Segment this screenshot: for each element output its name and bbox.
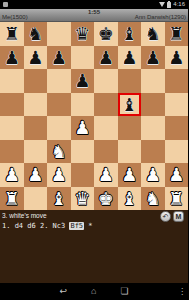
- piece-white-r[interactable]: ♜: [4, 187, 20, 210]
- square-d6[interactable]: ♟: [71, 69, 95, 93]
- square-f3[interactable]: [118, 140, 142, 164]
- square-a1[interactable]: ♜: [0, 187, 24, 211]
- piece-black-n[interactable]: ♞: [27, 22, 43, 45]
- square-h6[interactable]: [165, 69, 189, 93]
- piece-white-p[interactable]: ♟: [145, 163, 161, 186]
- square-a3[interactable]: [0, 140, 24, 164]
- square-a5[interactable]: [0, 93, 24, 117]
- piece-black-r[interactable]: ♜: [4, 22, 20, 45]
- piece-black-k[interactable]: ♚: [98, 22, 114, 45]
- square-b8[interactable]: ♞: [24, 22, 48, 46]
- piece-white-q[interactable]: ♛: [74, 187, 90, 210]
- square-g5[interactable]: [141, 93, 165, 117]
- square-d7[interactable]: [71, 46, 95, 70]
- square-b7[interactable]: ♟: [24, 46, 48, 70]
- piece-white-p[interactable]: ♟: [4, 163, 20, 186]
- chess-board[interactable]: ♜♞♛♚♝♞♜♟♟♟♟♟♟♟♟♝♟♞♟♟♟♟♟♟♟♜♝♛♚♝♞♜: [0, 22, 188, 210]
- piece-white-p[interactable]: ♟: [27, 163, 43, 186]
- square-c6[interactable]: [47, 69, 71, 93]
- square-a7[interactable]: ♟: [0, 46, 24, 70]
- square-d5[interactable]: [71, 93, 95, 117]
- undo-button[interactable]: ↶: [160, 211, 171, 222]
- square-f8[interactable]: ♝: [118, 22, 142, 46]
- highlighted-move[interactable]: Bf5: [69, 222, 84, 230]
- android-nav-bar: ↩ ⌂ ❏ ⋮: [0, 283, 188, 300]
- moves-after: *: [84, 222, 92, 230]
- square-c7[interactable]: ♟: [47, 46, 71, 70]
- piece-white-b[interactable]: ♝: [51, 187, 67, 210]
- overflow-menu-icon[interactable]: ⋮: [178, 283, 186, 300]
- piece-black-b[interactable]: ♝: [121, 93, 137, 116]
- square-d3[interactable]: [71, 140, 95, 164]
- square-e1[interactable]: ♚: [94, 187, 118, 211]
- square-f7[interactable]: ♟: [118, 46, 142, 70]
- square-d2[interactable]: [71, 163, 95, 187]
- white-player-name: Me(1500): [2, 14, 28, 21]
- square-d1[interactable]: ♛: [71, 187, 95, 211]
- square-f2[interactable]: ♟: [118, 163, 142, 187]
- black-player-name: Ann Darwish(1290): [135, 14, 186, 21]
- square-b5[interactable]: [24, 93, 48, 117]
- square-g6[interactable]: [141, 69, 165, 93]
- square-f1[interactable]: ♝: [118, 187, 142, 211]
- square-c5[interactable]: [47, 93, 71, 117]
- recents-icon[interactable]: ❏: [120, 283, 128, 300]
- piece-white-n[interactable]: ♞: [51, 140, 67, 163]
- square-g3[interactable]: [141, 140, 165, 164]
- square-e3[interactable]: [94, 140, 118, 164]
- piece-black-r[interactable]: ♜: [168, 22, 184, 45]
- moves-before: 1. d4 d6 2. Nc3: [2, 222, 69, 230]
- piece-black-p[interactable]: ♟: [168, 46, 184, 69]
- square-g4[interactable]: [141, 116, 165, 140]
- status-time: 4:16: [173, 0, 185, 9]
- square-b2[interactable]: ♟: [24, 163, 48, 187]
- square-f6[interactable]: [118, 69, 142, 93]
- square-a2[interactable]: ♟: [0, 163, 24, 187]
- square-h8[interactable]: ♜: [165, 22, 189, 46]
- square-e5[interactable]: [94, 93, 118, 117]
- square-e6[interactable]: [94, 69, 118, 93]
- android-status-bar: 4:16: [0, 0, 188, 9]
- piece-white-p[interactable]: ♟: [98, 163, 114, 186]
- piece-white-p[interactable]: ♟: [51, 163, 67, 186]
- square-h7[interactable]: ♟: [165, 46, 189, 70]
- piece-white-n[interactable]: ♞: [145, 187, 161, 210]
- square-h5[interactable]: [165, 93, 189, 117]
- chess-app-window: 4:16 1:55 Me(1500) Ann Darwish(1290) ♜♞♛…: [0, 0, 188, 300]
- square-h2[interactable]: ♟: [165, 163, 189, 187]
- piece-white-p[interactable]: ♟: [121, 163, 137, 186]
- piece-black-q[interactable]: ♛: [74, 22, 90, 45]
- move-list[interactable]: 1. d4 d6 2. Nc3 Bf5 *: [2, 222, 186, 231]
- square-e2[interactable]: ♟: [94, 163, 118, 187]
- piece-black-n[interactable]: ♞: [145, 22, 161, 45]
- undo-icon: ↶: [163, 213, 169, 220]
- square-a8[interactable]: ♜: [0, 22, 24, 46]
- wifi-icon: [159, 2, 165, 7]
- piece-white-p[interactable]: ♟: [74, 116, 90, 139]
- square-f5[interactable]: ♝: [118, 93, 142, 117]
- square-c3[interactable]: ♞: [47, 140, 71, 164]
- piece-white-r[interactable]: ♜: [168, 187, 184, 210]
- square-g8[interactable]: ♞: [141, 22, 165, 46]
- square-c8[interactable]: [47, 22, 71, 46]
- move-panel: 3. white's move 1. d4 d6 2. Nc3 Bf5 * ↶ …: [0, 210, 188, 283]
- piece-white-p[interactable]: ♟: [168, 163, 184, 186]
- square-b1[interactable]: [24, 187, 48, 211]
- square-c2[interactable]: ♟: [47, 163, 71, 187]
- square-e8[interactable]: ♚: [94, 22, 118, 46]
- mode-m-button[interactable]: M: [173, 211, 184, 222]
- piece-black-p[interactable]: ♟: [121, 46, 137, 69]
- notification-icon: [3, 2, 8, 7]
- back-icon[interactable]: ↩: [59, 283, 67, 300]
- home-icon[interactable]: ⌂: [91, 283, 96, 300]
- m-label: M: [176, 213, 182, 220]
- square-d8[interactable]: ♛: [71, 22, 95, 46]
- square-h3[interactable]: [165, 140, 189, 164]
- piece-black-p[interactable]: ♟: [51, 46, 67, 69]
- piece-black-p[interactable]: ♟: [74, 69, 90, 92]
- square-c1[interactable]: ♝: [47, 187, 71, 211]
- square-g1[interactable]: ♞: [141, 187, 165, 211]
- square-b4[interactable]: [24, 116, 48, 140]
- piece-black-p[interactable]: ♟: [98, 46, 114, 69]
- square-f4[interactable]: [118, 116, 142, 140]
- square-h1[interactable]: ♜: [165, 187, 189, 211]
- battery-icon: [167, 2, 171, 8]
- piece-white-b[interactable]: ♝: [121, 187, 137, 210]
- square-b6[interactable]: [24, 69, 48, 93]
- square-c4[interactable]: [47, 116, 71, 140]
- piece-black-p[interactable]: ♟: [4, 46, 20, 69]
- square-e7[interactable]: ♟: [94, 46, 118, 70]
- piece-white-k[interactable]: ♚: [98, 187, 114, 210]
- square-d4[interactable]: ♟: [71, 116, 95, 140]
- square-a6[interactable]: [0, 69, 24, 93]
- square-e4[interactable]: [94, 116, 118, 140]
- square-b3[interactable]: [24, 140, 48, 164]
- turn-status-text: 3. white's move: [2, 212, 186, 220]
- piece-black-p[interactable]: ♟: [27, 46, 43, 69]
- square-g2[interactable]: ♟: [141, 163, 165, 187]
- square-a4[interactable]: [0, 116, 24, 140]
- square-g7[interactable]: ♟: [141, 46, 165, 70]
- square-h4[interactable]: [165, 116, 189, 140]
- piece-black-p[interactable]: ♟: [145, 46, 161, 69]
- game-title-bar: 1:55 Me(1500) Ann Darwish(1290): [0, 9, 188, 22]
- piece-black-b[interactable]: ♝: [121, 22, 137, 45]
